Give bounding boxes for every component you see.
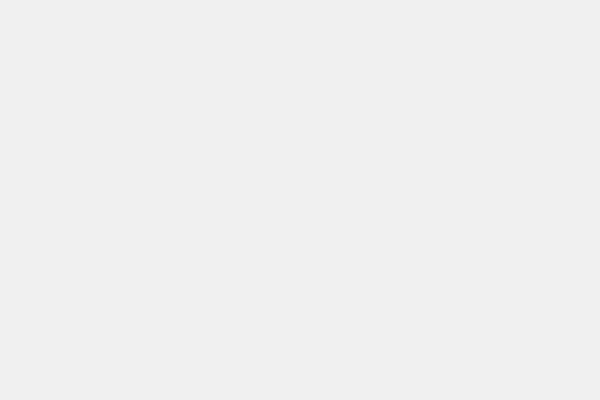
- board-grid: [0, 0, 600, 400]
- xiangqi-board: [0, 0, 600, 400]
